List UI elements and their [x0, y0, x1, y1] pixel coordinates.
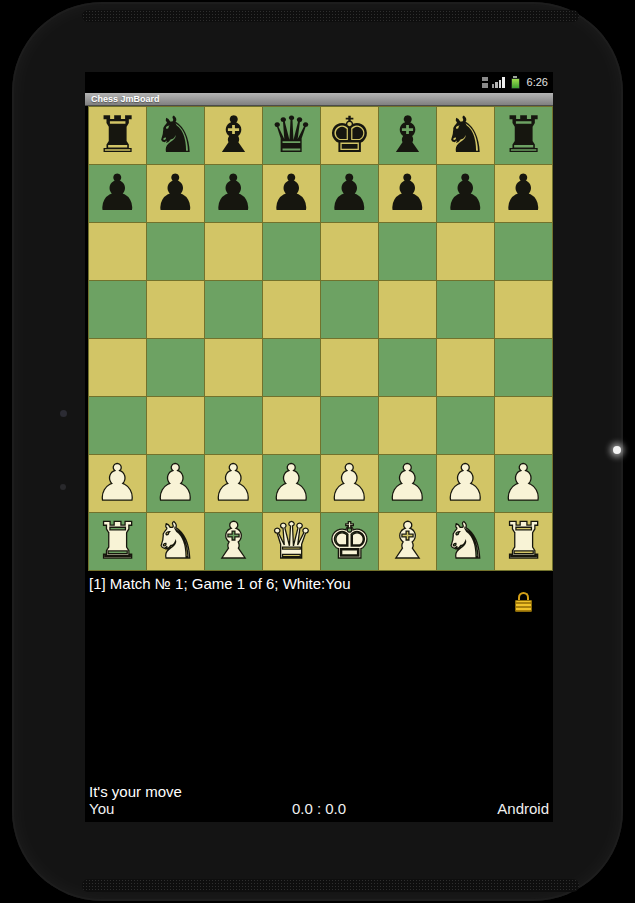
light-sensor-dot [60, 410, 67, 417]
square-a2[interactable]: ♟︎ [89, 455, 146, 512]
black-player-label: Android [497, 800, 549, 817]
square-h3[interactable] [495, 397, 552, 454]
piece-black-pawn: ♟︎ [321, 165, 378, 222]
square-d7[interactable]: ♟︎ [263, 165, 320, 222]
square-b5[interactable] [147, 281, 204, 338]
piece-black-king: ♚︎ [321, 107, 378, 164]
square-g6[interactable] [437, 223, 494, 280]
app-title: Chess JmBoard [85, 93, 553, 105]
square-a3[interactable] [89, 397, 146, 454]
square-d5[interactable] [263, 281, 320, 338]
usb-debug-icon [482, 77, 488, 88]
square-h6[interactable] [495, 223, 552, 280]
piece-white-pawn: ♟︎ [379, 455, 436, 512]
players-bar: 0.0 : 0.0 You Android [89, 800, 549, 817]
piece-black-rook: ♜︎ [89, 107, 146, 164]
square-b7[interactable]: ♟︎ [147, 165, 204, 222]
square-b4[interactable] [147, 339, 204, 396]
square-a5[interactable] [89, 281, 146, 338]
square-c5[interactable] [205, 281, 262, 338]
score-text: 0.0 : 0.0 [89, 800, 549, 817]
square-c1[interactable]: ♝︎ [205, 513, 262, 570]
piece-black-pawn: ♟︎ [147, 165, 204, 222]
square-h4[interactable] [495, 339, 552, 396]
square-g7[interactable]: ♟︎ [437, 165, 494, 222]
speaker-grille-top [82, 10, 579, 22]
piece-white-rook: ♜︎ [495, 513, 552, 570]
piece-black-pawn: ♟︎ [89, 165, 146, 222]
piece-white-pawn: ♟︎ [205, 455, 262, 512]
piece-white-pawn: ♟︎ [263, 455, 320, 512]
square-d6[interactable] [263, 223, 320, 280]
square-f5[interactable] [379, 281, 436, 338]
square-e5[interactable] [321, 281, 378, 338]
lock-icon[interactable] [515, 592, 532, 612]
piece-black-knight: ♞︎ [147, 107, 204, 164]
piece-black-pawn: ♟︎ [495, 165, 552, 222]
square-f3[interactable] [379, 397, 436, 454]
square-d2[interactable]: ♟︎ [263, 455, 320, 512]
square-a6[interactable] [89, 223, 146, 280]
white-player-label: You [89, 800, 114, 817]
piece-white-knight: ♞︎ [147, 513, 204, 570]
square-c8[interactable]: ♝︎ [205, 107, 262, 164]
square-b1[interactable]: ♞︎ [147, 513, 204, 570]
piece-black-pawn: ♟︎ [379, 165, 436, 222]
front-camera-dot [613, 446, 621, 454]
square-b8[interactable]: ♞︎ [147, 107, 204, 164]
square-e4[interactable] [321, 339, 378, 396]
match-info-text: [1] Match № 1; Game 1 of 6; White:You [89, 575, 549, 593]
square-c6[interactable] [205, 223, 262, 280]
piece-white-pawn: ♟︎ [147, 455, 204, 512]
square-e3[interactable] [321, 397, 378, 454]
bezel-dot [60, 484, 66, 490]
square-e1[interactable]: ♚︎ [321, 513, 378, 570]
chess-board[interactable]: ♜︎♞︎♝︎♛︎♚︎♝︎♞︎♜︎♟︎♟︎♟︎♟︎♟︎♟︎♟︎♟︎♟︎♟︎♟︎♟︎… [88, 106, 553, 571]
square-a4[interactable] [89, 339, 146, 396]
square-b6[interactable] [147, 223, 204, 280]
square-b2[interactable]: ♟︎ [147, 455, 204, 512]
piece-white-knight: ♞︎ [437, 513, 494, 570]
square-c4[interactable] [205, 339, 262, 396]
piece-black-pawn: ♟︎ [263, 165, 320, 222]
square-f7[interactable]: ♟︎ [379, 165, 436, 222]
piece-white-pawn: ♟︎ [437, 455, 494, 512]
square-g4[interactable] [437, 339, 494, 396]
square-c2[interactable]: ♟︎ [205, 455, 262, 512]
square-d3[interactable] [263, 397, 320, 454]
square-c3[interactable] [205, 397, 262, 454]
android-status-bar: 6:26 [85, 72, 553, 93]
square-e8[interactable]: ♚︎ [321, 107, 378, 164]
piece-white-king: ♚︎ [321, 513, 378, 570]
square-e7[interactable]: ♟︎ [321, 165, 378, 222]
piece-white-pawn: ♟︎ [321, 455, 378, 512]
piece-black-pawn: ♟︎ [437, 165, 494, 222]
status-clock: 6:26 [527, 72, 548, 93]
square-f6[interactable] [379, 223, 436, 280]
piece-white-pawn: ♟︎ [495, 455, 552, 512]
square-g5[interactable] [437, 281, 494, 338]
piece-black-knight: ♞︎ [437, 107, 494, 164]
piece-black-pawn: ♟︎ [205, 165, 262, 222]
tablet-screen: 6:26 Chess JmBoard ♜︎♞︎♝︎♛︎♚︎♝︎♞︎♜︎♟︎♟︎♟… [85, 72, 553, 822]
piece-white-pawn: ♟︎ [89, 455, 146, 512]
piece-white-bishop: ♝︎ [205, 513, 262, 570]
square-b3[interactable] [147, 397, 204, 454]
square-a7[interactable]: ♟︎ [89, 165, 146, 222]
square-d1[interactable]: ♛︎ [263, 513, 320, 570]
app-title-bar: Chess JmBoard [85, 93, 553, 106]
square-d4[interactable] [263, 339, 320, 396]
signal-strength-icon [492, 77, 505, 88]
square-g2[interactable]: ♟︎ [437, 455, 494, 512]
square-f2[interactable]: ♟︎ [379, 455, 436, 512]
piece-black-queen: ♛︎ [263, 107, 320, 164]
lock-body [515, 600, 532, 612]
square-e2[interactable]: ♟︎ [321, 455, 378, 512]
piece-white-bishop: ♝︎ [379, 513, 436, 570]
square-h5[interactable] [495, 281, 552, 338]
square-e6[interactable] [321, 223, 378, 280]
piece-black-bishop: ♝︎ [205, 107, 262, 164]
square-g3[interactable] [437, 397, 494, 454]
square-h2[interactable]: ♟︎ [495, 455, 552, 512]
square-h1[interactable]: ♜︎ [495, 513, 552, 570]
square-a1[interactable]: ♜︎ [89, 513, 146, 570]
square-f1[interactable]: ♝︎ [379, 513, 436, 570]
square-c7[interactable]: ♟︎ [205, 165, 262, 222]
square-f4[interactable] [379, 339, 436, 396]
piece-white-rook: ♜︎ [89, 513, 146, 570]
piece-black-rook: ♜︎ [495, 107, 552, 164]
square-h7[interactable]: ♟︎ [495, 165, 552, 222]
square-g1[interactable]: ♞︎ [437, 513, 494, 570]
square-f8[interactable]: ♝︎ [379, 107, 436, 164]
square-g8[interactable]: ♞︎ [437, 107, 494, 164]
piece-white-queen: ♛︎ [263, 513, 320, 570]
speaker-grille-bottom [82, 879, 579, 892]
piece-black-bishop: ♝︎ [379, 107, 436, 164]
square-d8[interactable]: ♛︎ [263, 107, 320, 164]
square-a8[interactable]: ♜︎ [89, 107, 146, 164]
square-h8[interactable]: ♜︎ [495, 107, 552, 164]
battery-icon [511, 76, 520, 89]
move-status-text: It's your move [89, 783, 182, 800]
